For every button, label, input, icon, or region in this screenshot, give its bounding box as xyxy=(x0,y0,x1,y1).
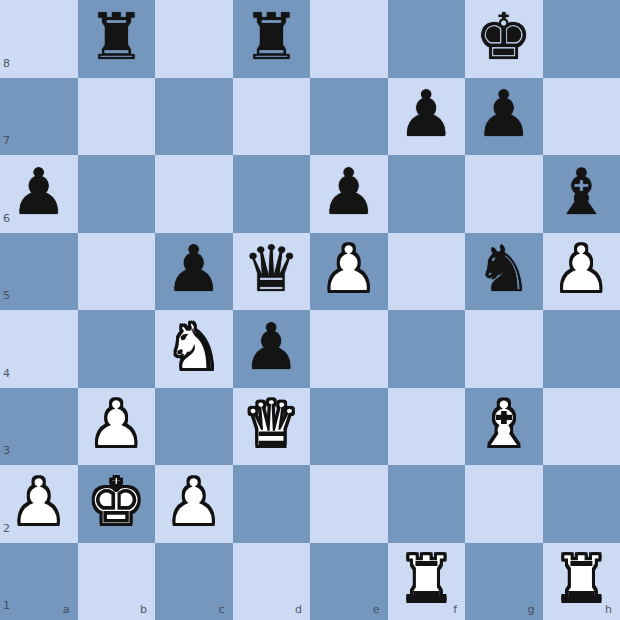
square-h1[interactable]: ♜h xyxy=(543,543,620,620)
square-e1[interactable]: e xyxy=(310,543,388,620)
square-b4[interactable] xyxy=(78,310,156,388)
file-label-c: c xyxy=(218,604,224,615)
square-g6[interactable] xyxy=(465,155,543,233)
square-a1[interactable]: 1a xyxy=(0,543,78,620)
square-b1[interactable]: b xyxy=(78,543,156,620)
square-h8[interactable] xyxy=(543,0,620,78)
square-c2[interactable]: ♟ xyxy=(155,465,233,543)
square-a3[interactable]: 3 xyxy=(0,388,78,466)
piece-white-queen[interactable]: ♛ xyxy=(243,392,300,456)
piece-black-rook[interactable]: ♜ xyxy=(88,5,145,69)
rank-label-7: 7 xyxy=(3,135,10,146)
square-d8[interactable]: ♜ xyxy=(233,0,311,78)
square-a6[interactable]: ♟6 xyxy=(0,155,78,233)
square-f7[interactable]: ♟ xyxy=(388,78,466,156)
piece-black-king[interactable]: ♚ xyxy=(475,5,532,69)
square-d3[interactable]: ♛ xyxy=(233,388,311,466)
square-c1[interactable]: c xyxy=(155,543,233,620)
square-c6[interactable] xyxy=(155,155,233,233)
square-f2[interactable] xyxy=(388,465,466,543)
piece-white-pawn[interactable]: ♟ xyxy=(320,237,377,301)
square-g4[interactable] xyxy=(465,310,543,388)
piece-black-rook[interactable]: ♜ xyxy=(243,5,300,69)
square-b2[interactable]: ♚ xyxy=(78,465,156,543)
piece-black-pawn[interactable]: ♟ xyxy=(320,160,377,224)
square-a4[interactable]: 4 xyxy=(0,310,78,388)
piece-white-pawn[interactable]: ♟ xyxy=(88,392,145,456)
square-g8[interactable]: ♚ xyxy=(465,0,543,78)
piece-white-rook[interactable]: ♜ xyxy=(553,547,610,611)
square-b6[interactable] xyxy=(78,155,156,233)
rank-label-5: 5 xyxy=(3,290,10,301)
square-c5[interactable]: ♟ xyxy=(155,233,233,311)
square-a7[interactable]: 7 xyxy=(0,78,78,156)
square-d7[interactable] xyxy=(233,78,311,156)
square-b8[interactable]: ♜ xyxy=(78,0,156,78)
piece-white-pawn[interactable]: ♟ xyxy=(10,470,67,534)
square-f5[interactable] xyxy=(388,233,466,311)
square-e2[interactable] xyxy=(310,465,388,543)
piece-black-pawn[interactable]: ♟ xyxy=(243,315,300,379)
piece-black-pawn[interactable]: ♟ xyxy=(10,160,67,224)
rank-label-3: 3 xyxy=(3,445,10,456)
square-h4[interactable] xyxy=(543,310,620,388)
piece-white-rook[interactable]: ♜ xyxy=(398,547,455,611)
square-h2[interactable] xyxy=(543,465,620,543)
piece-black-queen[interactable]: ♛ xyxy=(243,237,300,301)
square-a2[interactable]: ♟2 xyxy=(0,465,78,543)
rank-label-8: 8 xyxy=(3,58,10,69)
square-e7[interactable] xyxy=(310,78,388,156)
square-g2[interactable] xyxy=(465,465,543,543)
file-label-e: e xyxy=(373,604,380,615)
square-f8[interactable] xyxy=(388,0,466,78)
square-d1[interactable]: d xyxy=(233,543,311,620)
square-d6[interactable] xyxy=(233,155,311,233)
square-c7[interactable] xyxy=(155,78,233,156)
square-c4[interactable]: ♞ xyxy=(155,310,233,388)
piece-black-bishop[interactable]: ♝ xyxy=(553,160,610,224)
chess-board: 8♜♜♚7♟♟♟6♟♝5♟♛♟♞♟4♞♟3♟♛♝♟2♚♟1abcde♜fg♜h xyxy=(0,0,620,620)
rank-label-4: 4 xyxy=(3,368,10,379)
square-g3[interactable]: ♝ xyxy=(465,388,543,466)
square-h3[interactable] xyxy=(543,388,620,466)
square-d5[interactable]: ♛ xyxy=(233,233,311,311)
rank-label-2: 2 xyxy=(3,523,10,534)
square-f4[interactable] xyxy=(388,310,466,388)
square-h6[interactable]: ♝ xyxy=(543,155,620,233)
square-e3[interactable] xyxy=(310,388,388,466)
square-g5[interactable]: ♞ xyxy=(465,233,543,311)
piece-black-pawn[interactable]: ♟ xyxy=(398,82,455,146)
piece-black-pawn[interactable]: ♟ xyxy=(165,237,222,301)
file-label-a: a xyxy=(63,604,70,615)
square-e5[interactable]: ♟ xyxy=(310,233,388,311)
square-f1[interactable]: ♜f xyxy=(388,543,466,620)
piece-white-king[interactable]: ♚ xyxy=(88,470,145,534)
square-b5[interactable] xyxy=(78,233,156,311)
rank-label-1: 1 xyxy=(3,600,10,611)
square-c3[interactable] xyxy=(155,388,233,466)
square-d2[interactable] xyxy=(233,465,311,543)
square-e4[interactable] xyxy=(310,310,388,388)
square-h7[interactable] xyxy=(543,78,620,156)
rank-label-6: 6 xyxy=(3,213,10,224)
square-a8[interactable]: 8 xyxy=(0,0,78,78)
square-c8[interactable] xyxy=(155,0,233,78)
file-label-b: b xyxy=(140,604,147,615)
file-label-d: d xyxy=(295,604,302,615)
piece-white-bishop[interactable]: ♝ xyxy=(475,392,532,456)
square-b3[interactable]: ♟ xyxy=(78,388,156,466)
square-e8[interactable] xyxy=(310,0,388,78)
square-f3[interactable] xyxy=(388,388,466,466)
square-g7[interactable]: ♟ xyxy=(465,78,543,156)
square-e6[interactable]: ♟ xyxy=(310,155,388,233)
piece-white-knight[interactable]: ♞ xyxy=(165,315,222,379)
square-b7[interactable] xyxy=(78,78,156,156)
square-a5[interactable]: 5 xyxy=(0,233,78,311)
piece-black-pawn[interactable]: ♟ xyxy=(475,82,532,146)
piece-white-pawn[interactable]: ♟ xyxy=(165,470,222,534)
piece-white-pawn[interactable]: ♟ xyxy=(553,237,610,301)
square-h5[interactable]: ♟ xyxy=(543,233,620,311)
square-f6[interactable] xyxy=(388,155,466,233)
piece-black-knight[interactable]: ♞ xyxy=(475,237,532,301)
file-label-g: g xyxy=(528,604,535,615)
square-d4[interactable]: ♟ xyxy=(233,310,311,388)
square-g1[interactable]: g xyxy=(465,543,543,620)
